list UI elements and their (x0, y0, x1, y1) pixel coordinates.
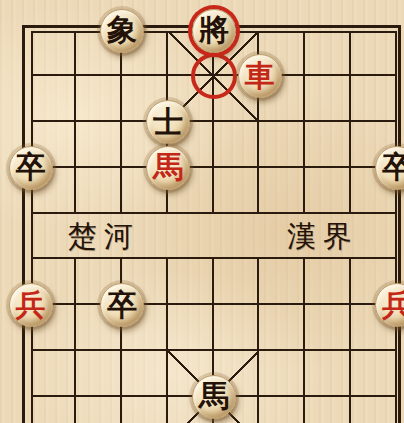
board-cell (168, 214, 214, 260)
board-cell (31, 76, 77, 122)
piece-red-pawn[interactable]: 兵 (9, 283, 53, 327)
board-cell (259, 397, 305, 423)
board-cell (259, 351, 305, 397)
river-label-right: 漢界 (287, 219, 359, 253)
board-cell (351, 76, 397, 122)
last-move-origin-circle (191, 53, 237, 99)
board-cell (214, 122, 260, 168)
board-cell (214, 305, 260, 351)
board-cell (259, 259, 305, 305)
piece-black-advisor[interactable]: 士 (146, 100, 190, 144)
piece-red-horse[interactable]: 馬 (146, 146, 190, 190)
board-cell (168, 305, 214, 351)
xiangqi-board[interactable]: 楚河 漢界 象將車士卒馬卒兵卒兵馬 (0, 0, 404, 423)
piece-red-chariot[interactable]: 車 (238, 54, 282, 98)
board-cell (168, 259, 214, 305)
board-cell (31, 351, 77, 397)
river-label-left: 楚河 (68, 219, 140, 253)
piece-black-pawn[interactable]: 卒 (9, 146, 53, 190)
board-cell (305, 168, 351, 214)
board-cell (305, 76, 351, 122)
board-cell (305, 305, 351, 351)
board-cell (305, 31, 351, 77)
board-cell (259, 168, 305, 214)
board-cell (76, 397, 122, 423)
board-cell (351, 31, 397, 77)
piece-black-elephant[interactable]: 象 (100, 9, 144, 53)
board-cell (305, 122, 351, 168)
board-cell (351, 397, 397, 423)
board-cell (31, 397, 77, 423)
board-cell (214, 259, 260, 305)
board-cell (259, 305, 305, 351)
piece-black-horse[interactable]: 馬 (192, 375, 236, 419)
board-cell (31, 31, 77, 77)
board-cell (76, 76, 122, 122)
piece-black-general[interactable]: 將 (192, 9, 236, 53)
board-cell (122, 397, 168, 423)
board-cell (351, 351, 397, 397)
board-cell (76, 351, 122, 397)
board-cell (122, 351, 168, 397)
board-cell (305, 397, 351, 423)
board-cell (214, 214, 260, 260)
board-cell (76, 122, 122, 168)
board-cell (305, 259, 351, 305)
board-cell (305, 351, 351, 397)
board-cell (259, 122, 305, 168)
board-cell (76, 168, 122, 214)
board-cell (214, 168, 260, 214)
